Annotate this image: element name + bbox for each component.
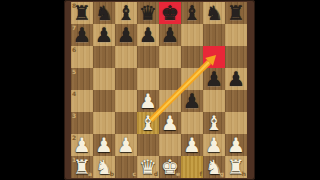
white-pawn[interactable]: ♟ (71, 134, 93, 156)
white-bishop[interactable]: ♝ (137, 112, 159, 134)
square-c7[interactable]: ♟ (115, 24, 137, 46)
white-knight[interactable]: ♞ (93, 156, 115, 178)
white-pawn[interactable]: ♟ (203, 134, 225, 156)
square-g2[interactable]: ♟ (203, 134, 225, 156)
square-f7[interactable] (181, 24, 203, 46)
square-d5[interactable] (137, 68, 159, 90)
white-king[interactable]: ♚ (159, 156, 181, 178)
square-e8[interactable]: ♚ (159, 2, 181, 24)
square-h1[interactable]: ♜h (225, 156, 247, 178)
square-c2[interactable]: ♟ (115, 134, 137, 156)
white-bishop[interactable]: ♝ (203, 112, 225, 134)
black-pawn[interactable]: ♟ (93, 24, 115, 46)
square-f6[interactable] (181, 46, 203, 68)
square-a2[interactable]: ♟2 (71, 134, 93, 156)
square-d1[interactable]: ♛d (137, 156, 159, 178)
square-g8[interactable]: ♞ (203, 2, 225, 24)
square-c3[interactable] (115, 112, 137, 134)
square-g1[interactable]: ♞g (203, 156, 225, 178)
square-d2[interactable] (137, 134, 159, 156)
black-pawn[interactable]: ♟ (225, 68, 247, 90)
square-a6[interactable]: 6 (71, 46, 93, 68)
square-d8[interactable]: ♛ (137, 2, 159, 24)
square-e2[interactable] (159, 134, 181, 156)
white-knight[interactable]: ♞ (203, 156, 225, 178)
square-d3[interactable]: ♝ (137, 112, 159, 134)
rank-label-3: 3 (72, 113, 76, 119)
white-queen[interactable]: ♛ (137, 156, 159, 178)
square-c8[interactable]: ♝ (115, 2, 137, 24)
square-c4[interactable] (115, 90, 137, 112)
square-f8[interactable]: ♝ (181, 2, 203, 24)
square-h5[interactable]: ♟ (225, 68, 247, 90)
square-b7[interactable]: ♟ (93, 24, 115, 46)
square-e6[interactable] (159, 46, 181, 68)
black-rook[interactable]: ♜ (71, 2, 93, 24)
rank-label-6: 6 (72, 47, 76, 53)
black-knight[interactable]: ♞ (93, 2, 115, 24)
square-g6[interactable] (203, 46, 225, 68)
square-b5[interactable] (93, 68, 115, 90)
square-f4[interactable]: ♟ (181, 90, 203, 112)
square-a7[interactable]: ♟7 (71, 24, 93, 46)
black-queen[interactable]: ♛ (137, 2, 159, 24)
square-b8[interactable]: ♞ (93, 2, 115, 24)
square-f2[interactable]: ♟ (181, 134, 203, 156)
square-e1[interactable]: ♚e (159, 156, 181, 178)
square-c6[interactable] (115, 46, 137, 68)
square-g7[interactable] (203, 24, 225, 46)
square-h4[interactable] (225, 90, 247, 112)
square-a4[interactable]: 4 (71, 90, 93, 112)
square-e3[interactable]: ♟ (159, 112, 181, 134)
square-a5[interactable]: 5 (71, 68, 93, 90)
white-pawn[interactable]: ♟ (225, 134, 247, 156)
square-h7[interactable] (225, 24, 247, 46)
black-king[interactable]: ♚ (159, 2, 181, 24)
black-pawn[interactable]: ♟ (71, 24, 93, 46)
square-a1[interactable]: ♜1a (71, 156, 93, 178)
white-pawn[interactable]: ♟ (181, 134, 203, 156)
square-h2[interactable]: ♟ (225, 134, 247, 156)
square-e7[interactable]: ♟ (159, 24, 181, 46)
square-e5[interactable] (159, 68, 181, 90)
white-pawn[interactable]: ♟ (115, 134, 137, 156)
white-pawn[interactable]: ♟ (159, 112, 181, 134)
square-b4[interactable] (93, 90, 115, 112)
square-f3[interactable] (181, 112, 203, 134)
square-g4[interactable] (203, 90, 225, 112)
black-pawn[interactable]: ♟ (203, 68, 225, 90)
chess-board: ♜8♞♝♛♚♝♞♜♟7♟♟♟♟65♟♟4♟♟3♝♟♝♟2♟♟♟♟♟♜1a♞bc♛… (71, 2, 247, 178)
black-pawn[interactable]: ♟ (115, 24, 137, 46)
square-c1[interactable]: c (115, 156, 137, 178)
black-pawn[interactable]: ♟ (159, 24, 181, 46)
square-c5[interactable] (115, 68, 137, 90)
square-d7[interactable]: ♟ (137, 24, 159, 46)
square-b1[interactable]: ♞b (93, 156, 115, 178)
square-f5[interactable] (181, 68, 203, 90)
square-d4[interactable]: ♟ (137, 90, 159, 112)
square-g3[interactable]: ♝ (203, 112, 225, 134)
square-f1[interactable]: f (181, 156, 203, 178)
black-pawn[interactable]: ♟ (137, 24, 159, 46)
file-label-f: f (199, 171, 202, 177)
black-rook[interactable]: ♜ (225, 2, 247, 24)
square-h3[interactable] (225, 112, 247, 134)
rank-label-4: 4 (72, 91, 76, 97)
square-e4[interactable] (159, 90, 181, 112)
square-a8[interactable]: ♜8 (71, 2, 93, 24)
square-b2[interactable]: ♟ (93, 134, 115, 156)
square-h6[interactable] (225, 46, 247, 68)
rank-label-5: 5 (72, 69, 76, 75)
square-h8[interactable]: ♜ (225, 2, 247, 24)
square-d6[interactable] (137, 46, 159, 68)
square-g5[interactable]: ♟ (203, 68, 225, 90)
black-bishop[interactable]: ♝ (181, 2, 203, 24)
black-pawn[interactable]: ♟ (181, 90, 203, 112)
white-pawn[interactable]: ♟ (93, 134, 115, 156)
black-bishop[interactable]: ♝ (115, 2, 137, 24)
square-b3[interactable] (93, 112, 115, 134)
white-rook[interactable]: ♜ (225, 156, 247, 178)
square-b6[interactable] (93, 46, 115, 68)
square-a3[interactable]: 3 (71, 112, 93, 134)
white-pawn[interactable]: ♟ (137, 90, 159, 112)
black-knight[interactable]: ♞ (203, 2, 225, 24)
white-rook[interactable]: ♜ (71, 156, 93, 178)
file-label-c: c (132, 171, 136, 177)
